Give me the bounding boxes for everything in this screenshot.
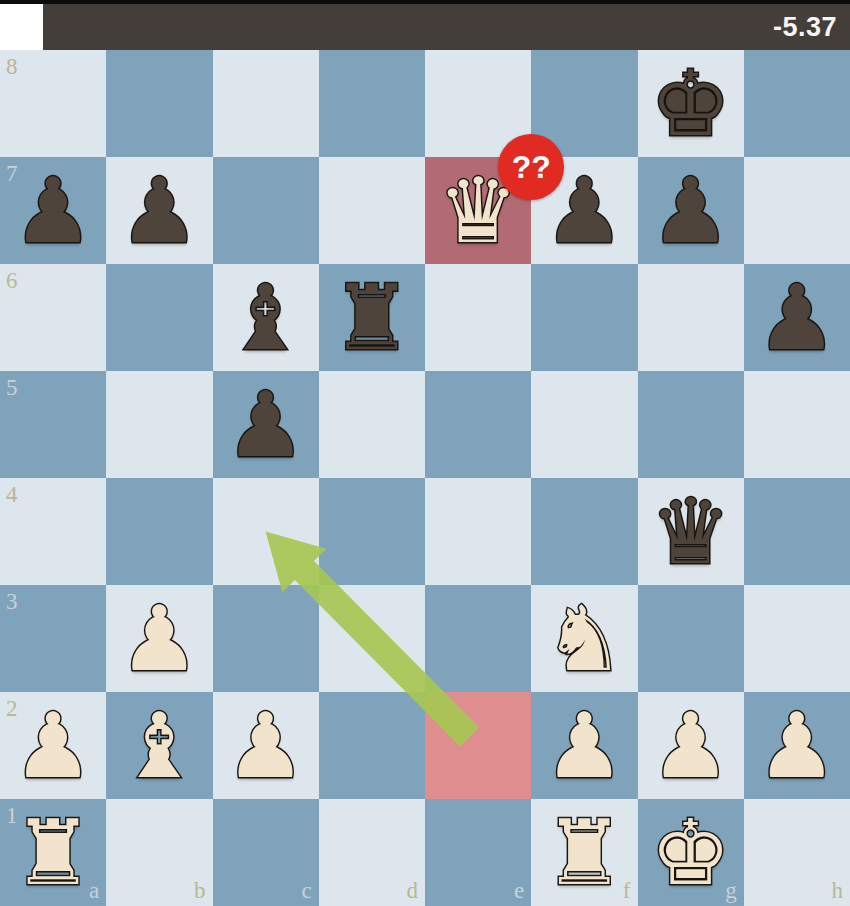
evaluation-bar: -5.37	[0, 0, 850, 50]
white-pawn[interactable]: ♟	[0, 692, 106, 799]
rank-label-4: 4	[6, 483, 18, 506]
square-e5[interactable]	[425, 371, 531, 478]
square-f4[interactable]	[531, 478, 637, 585]
file-label-d: d	[407, 879, 419, 902]
white-bishop[interactable]: ♝	[106, 692, 212, 799]
chess-board: 8♚7♟♟♛♟♟6♝♜♟5♟4♛3♟♞2♟♝♟♟♟♟1a♜bcdef♜g♚h	[0, 50, 850, 906]
white-pawn[interactable]: ♟	[213, 692, 319, 799]
file-label-h: h	[832, 879, 844, 902]
black-pawn[interactable]: ♟	[638, 157, 744, 264]
square-a6[interactable]: 6	[0, 264, 106, 371]
square-g3[interactable]	[638, 585, 744, 692]
white-pawn[interactable]: ♟	[638, 692, 744, 799]
square-a3[interactable]: 3	[0, 585, 106, 692]
black-bishop[interactable]: ♝	[213, 264, 319, 371]
square-d8[interactable]	[319, 50, 425, 157]
square-e3[interactable]	[425, 585, 531, 692]
square-d1[interactable]: d	[319, 799, 425, 906]
file-label-c: c	[302, 879, 312, 902]
square-c1[interactable]: c	[213, 799, 319, 906]
square-c4[interactable]	[213, 478, 319, 585]
square-c3[interactable]	[213, 585, 319, 692]
black-pawn[interactable]: ♟	[0, 157, 106, 264]
square-d2[interactable]	[319, 692, 425, 799]
square-b6[interactable]	[106, 264, 212, 371]
white-pawn[interactable]: ♟	[531, 692, 637, 799]
square-c7[interactable]	[213, 157, 319, 264]
black-pawn[interactable]: ♟	[744, 264, 850, 371]
black-pawn[interactable]: ♟	[106, 157, 212, 264]
rank-label-8: 8	[6, 55, 18, 78]
square-h1[interactable]: h	[744, 799, 850, 906]
chess-analysis-screen: -5.37 8♚7♟♟♛♟♟6♝♜♟5♟4♛3♟♞2♟♝♟♟♟♟1a♜bcdef…	[0, 0, 850, 906]
square-g8[interactable]: ♚	[638, 50, 744, 157]
square-b4[interactable]	[106, 478, 212, 585]
square-f5[interactable]	[531, 371, 637, 478]
square-a1[interactable]: 1a♜	[0, 799, 106, 906]
rank-label-6: 6	[6, 269, 18, 292]
square-c8[interactable]	[213, 50, 319, 157]
square-a8[interactable]: 8	[0, 50, 106, 157]
black-pawn[interactable]: ♟	[213, 371, 319, 478]
square-g7[interactable]: ♟	[638, 157, 744, 264]
square-h5[interactable]	[744, 371, 850, 478]
square-d3[interactable]	[319, 585, 425, 692]
black-rook[interactable]: ♜	[319, 264, 425, 371]
square-h7[interactable]	[744, 157, 850, 264]
square-b1[interactable]: b	[106, 799, 212, 906]
square-a5[interactable]: 5	[0, 371, 106, 478]
white-rook[interactable]: ♜	[531, 799, 637, 906]
square-g6[interactable]	[638, 264, 744, 371]
square-f2[interactable]: ♟	[531, 692, 637, 799]
square-b5[interactable]	[106, 371, 212, 478]
square-h3[interactable]	[744, 585, 850, 692]
file-label-e: e	[514, 879, 524, 902]
white-pawn[interactable]: ♟	[106, 585, 212, 692]
white-rook[interactable]: ♜	[0, 799, 106, 906]
rank-label-3: 3	[6, 590, 18, 613]
square-d6[interactable]: ♜	[319, 264, 425, 371]
eval-score: -5.37	[773, 4, 837, 50]
square-g4[interactable]: ♛	[638, 478, 744, 585]
square-b2[interactable]: ♝	[106, 692, 212, 799]
square-b7[interactable]: ♟	[106, 157, 212, 264]
square-f3[interactable]: ♞	[531, 585, 637, 692]
square-g2[interactable]: ♟	[638, 692, 744, 799]
square-e4[interactable]	[425, 478, 531, 585]
white-king[interactable]: ♚	[638, 799, 744, 906]
eval-bar-top-strip	[0, 0, 850, 4]
square-c2[interactable]: ♟	[213, 692, 319, 799]
square-g1[interactable]: g♚	[638, 799, 744, 906]
square-h8[interactable]	[744, 50, 850, 157]
square-e2[interactable]	[425, 692, 531, 799]
white-knight[interactable]: ♞	[531, 585, 637, 692]
square-b8[interactable]	[106, 50, 212, 157]
eval-bar-white-segment	[0, 4, 43, 51]
square-d4[interactable]	[319, 478, 425, 585]
black-king[interactable]: ♚	[638, 50, 744, 157]
square-d7[interactable]	[319, 157, 425, 264]
white-pawn[interactable]: ♟	[744, 692, 850, 799]
square-a2[interactable]: 2♟	[0, 692, 106, 799]
rank-label-5: 5	[6, 376, 18, 399]
square-a7[interactable]: 7♟	[0, 157, 106, 264]
square-b3[interactable]: ♟	[106, 585, 212, 692]
square-e6[interactable]	[425, 264, 531, 371]
blunder-badge: ??	[498, 134, 564, 200]
black-queen[interactable]: ♛	[638, 478, 744, 585]
square-h6[interactable]: ♟	[744, 264, 850, 371]
square-d5[interactable]	[319, 371, 425, 478]
square-g5[interactable]	[638, 371, 744, 478]
square-h2[interactable]: ♟	[744, 692, 850, 799]
square-c5[interactable]: ♟	[213, 371, 319, 478]
square-a4[interactable]: 4	[0, 478, 106, 585]
file-label-b: b	[194, 879, 206, 902]
square-e1[interactable]: e	[425, 799, 531, 906]
square-c6[interactable]: ♝	[213, 264, 319, 371]
square-f6[interactable]	[531, 264, 637, 371]
square-h4[interactable]	[744, 478, 850, 585]
square-f1[interactable]: f♜	[531, 799, 637, 906]
